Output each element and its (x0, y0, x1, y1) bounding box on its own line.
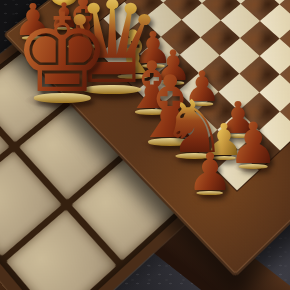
pawn-glyph: ♟ (187, 146, 234, 198)
piece-red-pawn-g1: ♟ (187, 146, 234, 198)
piece-red-king-a1: ♚ (13, 0, 111, 108)
king-glyph: ♚ (13, 0, 111, 108)
pawn-glyph: ♟ (227, 115, 278, 172)
chess-set-photo: ♟♟♝♚♛♝♟♟♝♟♝♞♟♟♟♟ (0, 0, 290, 290)
piece-red-pawn-h1: ♟ (227, 115, 278, 172)
